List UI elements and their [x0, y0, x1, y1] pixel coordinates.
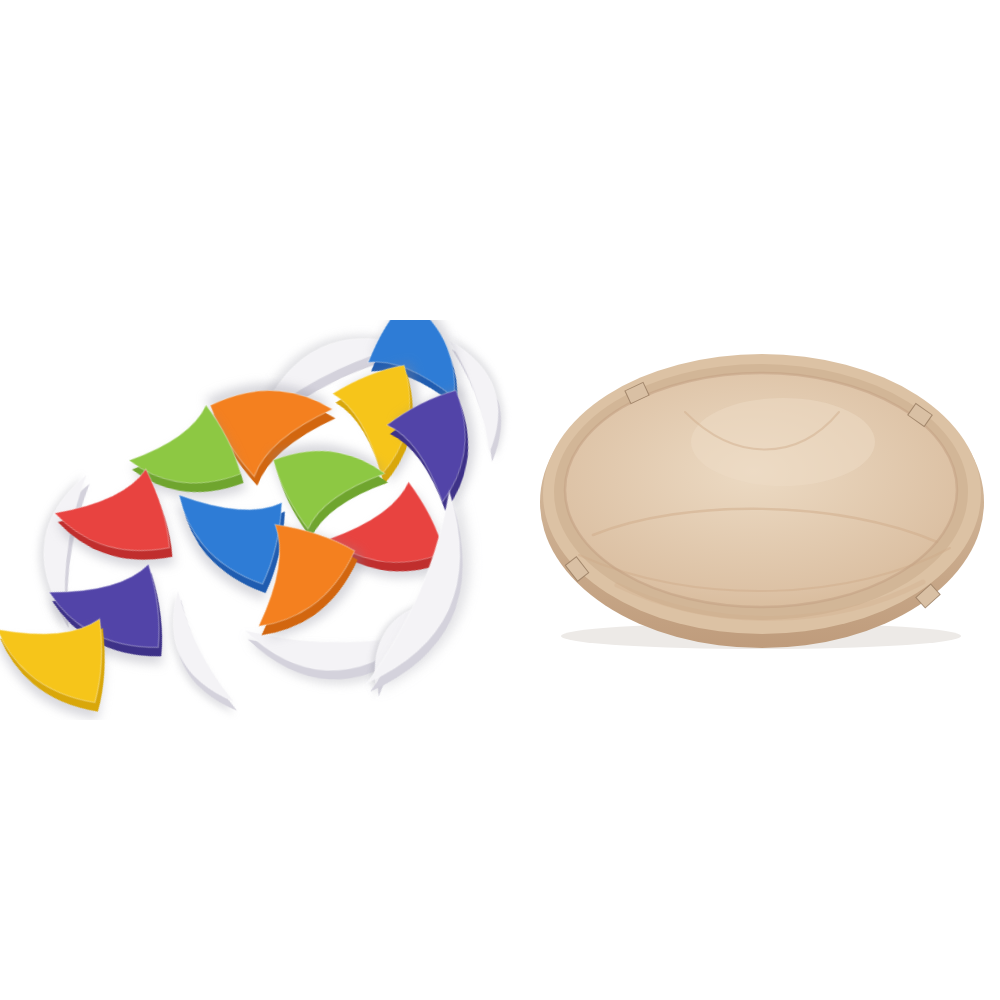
white-crescent-lower-middle[interactable] [154, 589, 238, 720]
white-crescent-lower-middle-top-face [155, 589, 234, 714]
wooden-tray[interactable] [535, 350, 990, 652]
product-photo-scene [0, 0, 1000, 1000]
puzzle-pieces-cluster [0, 320, 520, 720]
